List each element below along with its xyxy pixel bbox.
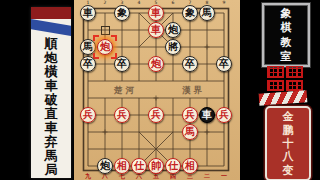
red-soldier[interactable]: 兵 <box>80 107 97 124</box>
banner-char: 棋 <box>281 22 292 33</box>
file-coordinate-bottom: 一 <box>221 173 227 179</box>
seal-glyph <box>286 66 303 78</box>
banner-char: 室 <box>281 51 292 62</box>
ribbon-stripes-decoration <box>259 90 308 105</box>
opening-title-banner: 順炮橫車破直車弃馬局 <box>31 7 71 178</box>
xiangqi-board[interactable]: 楚 河 漢 界 車象車象馬車炮馬炮將卒卒炮卒卒兵兵兵兵車兵馬炮相仕帥仕相1234… <box>74 0 240 180</box>
file-coordinate-top: 4 <box>138 1 141 6</box>
black-chariot[interactable]: 車 <box>80 5 97 22</box>
black-soldier[interactable]: 卒 <box>80 56 97 73</box>
black-cannon[interactable]: 炮 <box>165 22 182 39</box>
red-advisor[interactable]: 仕 <box>131 158 148 175</box>
red-horse[interactable]: 馬 <box>182 124 199 141</box>
banner-char: 弃 <box>45 135 58 148</box>
black-horse[interactable]: 馬 <box>199 5 216 22</box>
file-coordinate-top: 2 <box>104 1 107 6</box>
banner-char: 橫 <box>45 65 58 78</box>
banner-char: 象 <box>281 8 292 19</box>
classroom-banner-chars: 象棋教室 <box>265 6 307 64</box>
red-cannon[interactable]: 炮 <box>148 56 165 73</box>
file-coordinate-top: 9 <box>223 1 226 6</box>
pieces-layer: 車象車象馬車炮馬炮將卒卒炮卒卒兵兵兵兵車兵馬炮相仕帥仕相123456789九八七… <box>74 0 240 180</box>
red-advisor[interactable]: 仕 <box>165 158 182 175</box>
banner-char: 破 <box>45 93 58 106</box>
red-soldier[interactable]: 兵 <box>182 107 199 124</box>
black-soldier[interactable]: 卒 <box>182 56 199 73</box>
banner-char: 順 <box>45 37 58 50</box>
black-soldier[interactable]: 卒 <box>114 56 131 73</box>
banner-char: 八 <box>283 151 294 162</box>
banner-char: 十 <box>283 138 294 149</box>
red-chariot[interactable]: 車 <box>148 5 165 22</box>
file-coordinate-bottom: 二 <box>204 173 210 179</box>
banner-cap-decoration <box>31 7 71 19</box>
banner-char: 車 <box>45 79 58 92</box>
banner-char: 馬 <box>45 149 58 162</box>
banner-char: 变 <box>283 165 294 176</box>
red-soldier[interactable]: 兵 <box>148 107 165 124</box>
banner-char: 局 <box>45 163 58 176</box>
red-cannon[interactable]: 炮 <box>97 39 114 56</box>
seal-glyph <box>286 80 303 92</box>
black-general[interactable]: 將 <box>165 39 182 56</box>
banner-char: 車 <box>45 121 58 134</box>
red-elephant[interactable]: 相 <box>182 158 199 175</box>
seal-glyph <box>267 80 284 92</box>
black-chariot[interactable]: 車 <box>199 107 216 124</box>
black-elephant[interactable]: 象 <box>114 5 131 22</box>
black-soldier[interactable]: 卒 <box>216 56 233 73</box>
banner-char: 直 <box>45 107 58 120</box>
file-coordinate-bottom: 九 <box>85 173 91 179</box>
opening-title-chars: 順炮橫車破直車弃馬局 <box>31 36 71 176</box>
video-frame: 順炮橫車破直車弃馬局 楚 河 漢 界 車象車象馬車炮馬炮將卒卒炮卒卒兵兵兵兵車兵… <box>0 0 320 180</box>
seal-glyph <box>267 66 284 78</box>
banner-char: 教 <box>281 37 292 48</box>
banner-ribbon-decoration <box>31 19 71 36</box>
red-seal-icon <box>267 66 303 91</box>
book-title-chars: 金鹏十八变 <box>267 110 309 177</box>
black-cannon[interactable]: 炮 <box>97 158 114 175</box>
red-soldier[interactable]: 兵 <box>216 107 233 124</box>
black-elephant[interactable]: 象 <box>182 5 199 22</box>
banner-char: 金 <box>283 111 294 122</box>
banner-char: 炮 <box>45 51 58 64</box>
red-king[interactable]: 帥 <box>148 158 165 175</box>
file-coordinate-top: 6 <box>172 1 175 6</box>
book-title-banner: 金鹏十八变 <box>265 106 311 180</box>
red-elephant[interactable]: 相 <box>114 158 131 175</box>
last-move-from-marker <box>101 26 110 35</box>
red-chariot[interactable]: 車 <box>148 22 165 39</box>
banner-char: 鹏 <box>283 125 294 136</box>
red-soldier[interactable]: 兵 <box>114 107 131 124</box>
classroom-banner: 象棋教室 <box>262 3 310 67</box>
